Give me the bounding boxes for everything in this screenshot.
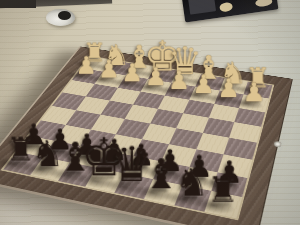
grommet-hole-icon (58, 11, 71, 20)
cable-grommet-icon (46, 9, 75, 26)
spare-piece-icon (255, 0, 273, 7)
piece-white-pawn-a2[interactable]: ♟ (221, 79, 286, 105)
tray-panel (188, 0, 216, 15)
chess-photo-scene: ♜♞♝♚♛♝♞♜♟♟♟♟♟♟♟♟♟♟♟♟♟♟♟♟♜♞♝♚♛♝♞♜ (0, 0, 300, 225)
spare-piece-icon (219, 2, 233, 13)
table-edge-corner (0, 0, 36, 8)
piece-black-rook-a8[interactable]: ♜ (182, 172, 263, 208)
